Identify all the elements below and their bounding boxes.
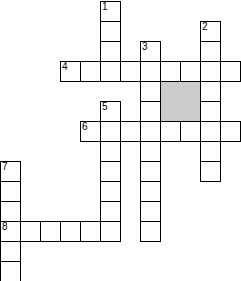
clue-number: 3 [142,42,148,52]
grid-cell[interactable] [0,201,21,222]
clue-number: 8 [2,222,8,232]
grid-cell[interactable] [140,81,161,102]
grid-cell[interactable] [200,161,221,182]
grid-cell[interactable] [200,141,221,162]
grid-cell[interactable] [80,61,101,82]
clue-number: 7 [2,162,8,172]
grid-cell[interactable] [100,141,121,162]
grid-cell[interactable] [0,241,21,262]
grid-cell[interactable] [100,41,121,62]
grid-cell[interactable] [120,121,141,142]
grid-cell[interactable] [100,201,121,222]
crossword-board: 12345678 [0,0,241,281]
clue-number: 1 [102,2,108,12]
grid-cell[interactable] [40,221,61,242]
grid-cell[interactable] [140,61,161,82]
grid-cell[interactable] [140,121,161,142]
grid-cell[interactable] [100,221,121,242]
grid-cell[interactable] [200,101,221,122]
crossword-grid: 12345678 [0,1,241,281]
grid-cell[interactable] [20,221,41,242]
clue-number: 5 [102,102,108,112]
grid-cell[interactable] [180,121,201,142]
grid-cell[interactable] [140,161,161,182]
grid-cell[interactable] [140,141,161,162]
grid-cell[interactable] [140,201,161,222]
grid-cell[interactable] [220,61,241,82]
grid-cell[interactable] [100,121,121,142]
grid-cell[interactable] [140,221,161,242]
clue-number: 4 [62,62,68,72]
grid-cell[interactable] [200,61,221,82]
grid-cell[interactable] [100,61,121,82]
grid-cell[interactable] [0,261,21,281]
grid-cell[interactable] [200,121,221,142]
grid-cell[interactable] [0,181,21,202]
grid-cell[interactable] [200,41,221,62]
clue-number: 6 [82,122,88,132]
blocked-region [160,81,201,122]
grid-cell[interactable] [220,121,241,142]
grid-cell[interactable] [140,181,161,202]
grid-cell[interactable] [160,61,181,82]
clue-number: 2 [202,22,208,32]
grid-cell[interactable] [100,181,121,202]
grid-cell[interactable] [80,221,101,242]
grid-cell[interactable] [100,21,121,42]
grid-cell[interactable] [120,61,141,82]
grid-cell[interactable] [160,121,181,142]
grid-cell[interactable] [200,81,221,102]
grid-cell[interactable] [100,161,121,182]
grid-cell[interactable] [60,221,81,242]
grid-cell[interactable] [180,61,201,82]
grid-cell[interactable] [140,101,161,122]
